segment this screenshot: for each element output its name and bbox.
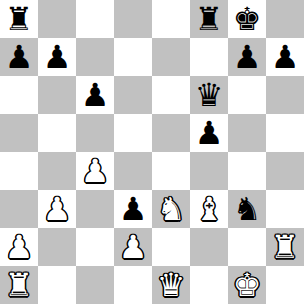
white-queen-icon[interactable]: ♛ — [157, 266, 186, 304]
black-pawn-icon[interactable]: ♟ — [119, 190, 148, 228]
square-g7[interactable]: ♟ — [228, 38, 266, 76]
square-b4[interactable] — [38, 152, 76, 190]
square-c6[interactable]: ♟ — [76, 76, 114, 114]
black-pawn-icon[interactable]: ♟ — [233, 38, 262, 76]
square-b5[interactable] — [38, 114, 76, 152]
square-b1[interactable] — [38, 266, 76, 304]
black-rook-icon[interactable]: ♜ — [195, 0, 224, 38]
square-b7[interactable]: ♟ — [38, 38, 76, 76]
square-c3[interactable] — [76, 190, 114, 228]
square-f2[interactable] — [190, 228, 228, 266]
white-rook-icon[interactable]: ♜ — [5, 266, 34, 304]
square-a1[interactable]: ♜ — [0, 266, 38, 304]
square-h2[interactable]: ♜ — [266, 228, 304, 266]
black-pawn-icon[interactable]: ♟ — [195, 114, 224, 152]
black-pawn-icon[interactable]: ♟ — [81, 76, 110, 114]
black-knight-icon[interactable]: ♞ — [233, 190, 262, 228]
square-b2[interactable] — [38, 228, 76, 266]
square-a5[interactable] — [0, 114, 38, 152]
white-knight-icon[interactable]: ♞ — [157, 190, 186, 228]
black-pawn-icon[interactable]: ♟ — [5, 38, 34, 76]
square-a7[interactable]: ♟ — [0, 38, 38, 76]
square-c5[interactable] — [76, 114, 114, 152]
square-a2[interactable]: ♟ — [0, 228, 38, 266]
square-d3[interactable]: ♟ — [114, 190, 152, 228]
square-e1[interactable]: ♛ — [152, 266, 190, 304]
square-g4[interactable] — [228, 152, 266, 190]
square-h1[interactable] — [266, 266, 304, 304]
square-f7[interactable] — [190, 38, 228, 76]
square-e8[interactable] — [152, 0, 190, 38]
black-pawn-icon[interactable]: ♟ — [271, 38, 300, 76]
square-h3[interactable] — [266, 190, 304, 228]
square-h8[interactable] — [266, 0, 304, 38]
square-c1[interactable] — [76, 266, 114, 304]
square-g3[interactable]: ♞ — [228, 190, 266, 228]
white-rook-icon[interactable]: ♜ — [271, 228, 300, 266]
black-pawn-icon[interactable]: ♟ — [43, 38, 72, 76]
square-h6[interactable] — [266, 76, 304, 114]
square-d7[interactable] — [114, 38, 152, 76]
square-c4[interactable]: ♟ — [76, 152, 114, 190]
square-d5[interactable] — [114, 114, 152, 152]
white-king-icon[interactable]: ♚ — [233, 266, 262, 304]
square-h7[interactable]: ♟ — [266, 38, 304, 76]
square-f4[interactable] — [190, 152, 228, 190]
white-bishop-icon[interactable]: ♝ — [195, 190, 224, 228]
square-f6[interactable]: ♛ — [190, 76, 228, 114]
square-b3[interactable]: ♟ — [38, 190, 76, 228]
square-d1[interactable] — [114, 266, 152, 304]
square-d2[interactable]: ♟ — [114, 228, 152, 266]
square-g5[interactable] — [228, 114, 266, 152]
square-b6[interactable] — [38, 76, 76, 114]
white-pawn-icon[interactable]: ♟ — [119, 228, 148, 266]
square-e5[interactable] — [152, 114, 190, 152]
square-h4[interactable] — [266, 152, 304, 190]
square-a8[interactable]: ♜ — [0, 0, 38, 38]
square-g6[interactable] — [228, 76, 266, 114]
square-f1[interactable] — [190, 266, 228, 304]
black-rook-icon[interactable]: ♜ — [5, 0, 34, 38]
square-c8[interactable] — [76, 0, 114, 38]
square-a6[interactable] — [0, 76, 38, 114]
square-e7[interactable] — [152, 38, 190, 76]
square-f8[interactable]: ♜ — [190, 0, 228, 38]
square-d6[interactable] — [114, 76, 152, 114]
square-h5[interactable] — [266, 114, 304, 152]
black-queen-icon[interactable]: ♛ — [195, 76, 224, 114]
square-f5[interactable]: ♟ — [190, 114, 228, 152]
square-e2[interactable] — [152, 228, 190, 266]
white-pawn-icon[interactable]: ♟ — [81, 152, 110, 190]
square-g2[interactable] — [228, 228, 266, 266]
square-f3[interactable]: ♝ — [190, 190, 228, 228]
square-d4[interactable] — [114, 152, 152, 190]
white-pawn-icon[interactable]: ♟ — [5, 228, 34, 266]
square-b8[interactable] — [38, 0, 76, 38]
square-a3[interactable] — [0, 190, 38, 228]
chess-board: ♜♜♚♟♟♟♟♟♛♟♟♟♟♞♝♞♟♟♜♜♛♚ — [0, 0, 304, 304]
square-e3[interactable]: ♞ — [152, 190, 190, 228]
square-g8[interactable]: ♚ — [228, 0, 266, 38]
square-e4[interactable] — [152, 152, 190, 190]
white-pawn-icon[interactable]: ♟ — [43, 190, 72, 228]
square-c7[interactable] — [76, 38, 114, 76]
black-king-icon[interactable]: ♚ — [233, 0, 262, 38]
square-e6[interactable] — [152, 76, 190, 114]
square-g1[interactable]: ♚ — [228, 266, 266, 304]
square-c2[interactable] — [76, 228, 114, 266]
square-d8[interactable] — [114, 0, 152, 38]
square-a4[interactable] — [0, 152, 38, 190]
